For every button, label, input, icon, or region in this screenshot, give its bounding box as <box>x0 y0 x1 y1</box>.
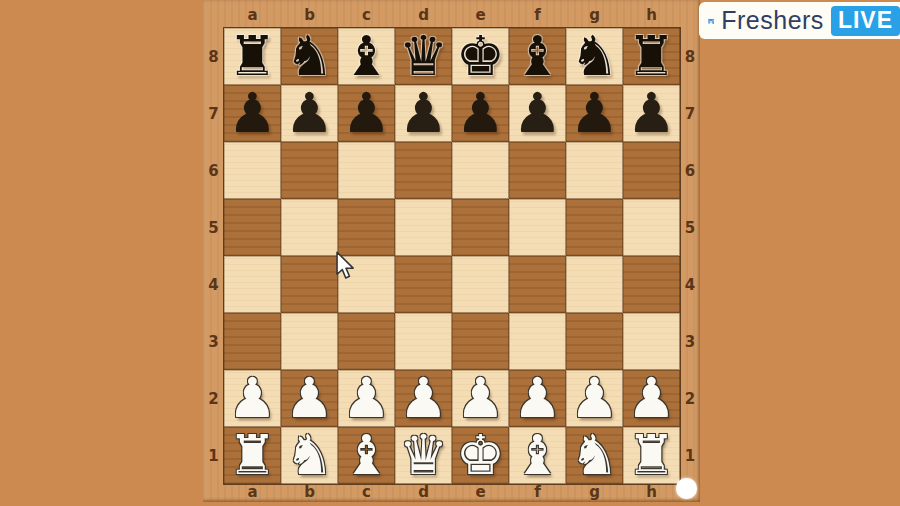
square-c1[interactable]: ♝ <box>338 427 395 484</box>
square-e4[interactable] <box>452 256 509 313</box>
piece-white-rook[interactable]: ♜ <box>627 427 676 484</box>
square-e7[interactable]: ♟ <box>452 85 509 142</box>
piece-white-king[interactable]: ♚ <box>456 427 505 484</box>
chess-board[interactable]: ♜♞♝♛♚♝♞♜♟♟♟♟♟♟♟♟♟♟♟♟♟♟♟♟♜♞♝♛♚♝♞♜ <box>224 28 680 484</box>
square-e8[interactable]: ♚ <box>452 28 509 85</box>
square-b1[interactable]: ♞ <box>281 427 338 484</box>
square-h8[interactable]: ♜ <box>623 28 680 85</box>
square-b3[interactable] <box>281 313 338 370</box>
piece-black-pawn[interactable]: ♟ <box>342 85 391 142</box>
piece-white-knight[interactable]: ♞ <box>285 427 334 484</box>
square-g8[interactable]: ♞ <box>566 28 623 85</box>
square-f2[interactable]: ♟ <box>509 370 566 427</box>
rank-label-7: 7 <box>680 85 700 142</box>
square-f3[interactable] <box>509 313 566 370</box>
square-f4[interactable] <box>509 256 566 313</box>
rank-label-3: 3 <box>680 313 700 370</box>
rank-label-1: 1 <box>680 427 700 484</box>
rank-label-3: 3 <box>203 313 224 370</box>
piece-white-pawn[interactable]: ♟ <box>285 370 334 427</box>
square-h6[interactable] <box>623 142 680 199</box>
white-dot-indicator <box>676 478 697 499</box>
piece-black-pawn[interactable]: ♟ <box>570 85 619 142</box>
rank-label-8: 8 <box>680 28 700 85</box>
square-d8[interactable]: ♛ <box>395 28 452 85</box>
fresherslive-logo-icon <box>708 6 714 36</box>
rank-label-7: 7 <box>203 85 224 142</box>
square-f8[interactable]: ♝ <box>509 28 566 85</box>
piece-black-rook[interactable]: ♜ <box>228 28 277 85</box>
piece-black-pawn[interactable]: ♟ <box>399 85 448 142</box>
square-e5[interactable] <box>452 199 509 256</box>
piece-white-rook[interactable]: ♜ <box>228 427 277 484</box>
piece-white-bishop[interactable]: ♝ <box>342 427 391 484</box>
piece-black-pawn[interactable]: ♟ <box>513 85 562 142</box>
square-c3[interactable] <box>338 313 395 370</box>
piece-black-king[interactable]: ♚ <box>456 28 505 85</box>
square-g4[interactable] <box>566 256 623 313</box>
square-h5[interactable] <box>623 199 680 256</box>
square-b2[interactable]: ♟ <box>281 370 338 427</box>
square-c6[interactable] <box>338 142 395 199</box>
square-f6[interactable] <box>509 142 566 199</box>
square-d1[interactable]: ♛ <box>395 427 452 484</box>
square-c2[interactable]: ♟ <box>338 370 395 427</box>
square-d7[interactable]: ♟ <box>395 85 452 142</box>
piece-white-bishop[interactable]: ♝ <box>513 427 562 484</box>
square-d3[interactable] <box>395 313 452 370</box>
rank-label-6: 6 <box>203 142 224 199</box>
piece-white-pawn[interactable]: ♟ <box>228 370 277 427</box>
rank-label-8: 8 <box>203 28 224 85</box>
square-f7[interactable]: ♟ <box>509 85 566 142</box>
square-h7[interactable]: ♟ <box>623 85 680 142</box>
piece-white-pawn[interactable]: ♟ <box>627 370 676 427</box>
piece-white-knight[interactable]: ♞ <box>570 427 619 484</box>
piece-black-pawn[interactable]: ♟ <box>456 85 505 142</box>
fresherslive-logo: Freshers LIVE <box>699 2 900 39</box>
square-b5[interactable] <box>281 199 338 256</box>
piece-white-pawn[interactable]: ♟ <box>399 370 448 427</box>
rank-label-5: 5 <box>203 199 224 256</box>
piece-white-pawn[interactable]: ♟ <box>570 370 619 427</box>
square-c4[interactable] <box>338 256 395 313</box>
piece-black-bishop[interactable]: ♝ <box>342 28 391 85</box>
rank-label-2: 2 <box>203 370 224 427</box>
square-h1[interactable]: ♜ <box>623 427 680 484</box>
square-e6[interactable] <box>452 142 509 199</box>
piece-black-pawn[interactable]: ♟ <box>285 85 334 142</box>
square-b7[interactable]: ♟ <box>281 85 338 142</box>
rank-label-4: 4 <box>203 256 224 313</box>
square-e2[interactable]: ♟ <box>452 370 509 427</box>
square-d6[interactable] <box>395 142 452 199</box>
piece-white-pawn[interactable]: ♟ <box>342 370 391 427</box>
square-c8[interactable]: ♝ <box>338 28 395 85</box>
piece-black-rook[interactable]: ♜ <box>627 28 676 85</box>
piece-black-queen[interactable]: ♛ <box>399 28 448 85</box>
square-a3[interactable] <box>224 313 281 370</box>
square-h4[interactable] <box>623 256 680 313</box>
square-d2[interactable]: ♟ <box>395 370 452 427</box>
piece-black-knight[interactable]: ♞ <box>285 28 334 85</box>
square-a2[interactable]: ♟ <box>224 370 281 427</box>
square-a4[interactable] <box>224 256 281 313</box>
square-a1[interactable]: ♜ <box>224 427 281 484</box>
square-g1[interactable]: ♞ <box>566 427 623 484</box>
square-e1[interactable]: ♚ <box>452 427 509 484</box>
square-b4[interactable] <box>281 256 338 313</box>
square-f5[interactable] <box>509 199 566 256</box>
square-d5[interactable] <box>395 199 452 256</box>
square-g5[interactable] <box>566 199 623 256</box>
square-f1[interactable]: ♝ <box>509 427 566 484</box>
piece-white-pawn[interactable]: ♟ <box>513 370 562 427</box>
square-c7[interactable]: ♟ <box>338 85 395 142</box>
square-b6[interactable] <box>281 142 338 199</box>
square-a6[interactable] <box>224 142 281 199</box>
square-e3[interactable] <box>452 313 509 370</box>
live-badge: LIVE <box>831 6 900 36</box>
rank-labels-right: 87654321 <box>680 28 700 484</box>
rank-labels-left: 87654321 <box>203 28 224 484</box>
square-c5[interactable] <box>338 199 395 256</box>
rank-label-2: 2 <box>680 370 700 427</box>
square-g7[interactable]: ♟ <box>566 85 623 142</box>
piece-black-pawn[interactable]: ♟ <box>627 85 676 142</box>
square-a8[interactable]: ♜ <box>224 28 281 85</box>
square-g6[interactable] <box>566 142 623 199</box>
page: abcdefgh abcdefgh 87654321 87654321 ♜♞♝♛… <box>0 0 900 506</box>
rank-label-4: 4 <box>680 256 700 313</box>
square-d4[interactable] <box>395 256 452 313</box>
square-a7[interactable]: ♟ <box>224 85 281 142</box>
rank-label-1: 1 <box>203 427 224 484</box>
brand-name: Freshers <box>721 6 824 35</box>
piece-black-knight[interactable]: ♞ <box>570 28 619 85</box>
square-g2[interactable]: ♟ <box>566 370 623 427</box>
piece-black-pawn[interactable]: ♟ <box>228 85 277 142</box>
rank-label-6: 6 <box>680 142 700 199</box>
piece-black-bishop[interactable]: ♝ <box>513 28 562 85</box>
piece-white-pawn[interactable]: ♟ <box>456 370 505 427</box>
square-a5[interactable] <box>224 199 281 256</box>
piece-white-queen[interactable]: ♛ <box>399 427 448 484</box>
square-h3[interactable] <box>623 313 680 370</box>
rank-label-5: 5 <box>680 199 700 256</box>
square-g3[interactable] <box>566 313 623 370</box>
square-b8[interactable]: ♞ <box>281 28 338 85</box>
square-h2[interactable]: ♟ <box>623 370 680 427</box>
